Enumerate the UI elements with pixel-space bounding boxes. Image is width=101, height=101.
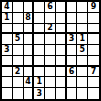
sudoku-cell-given: 6 [67,67,78,78]
sudoku-cell-given: 4 [24,77,35,88]
sudoku-cell-empty[interactable] [88,34,99,45]
sudoku-cell-empty[interactable] [2,56,13,67]
sudoku-cell-given: 5 [77,45,88,56]
sudoku-cell-given: 2 [45,24,56,35]
sudoku-cell-empty[interactable] [77,77,88,88]
sudoku-cell-empty[interactable] [34,45,45,56]
sudoku-cell-empty[interactable] [34,13,45,24]
sudoku-cell-empty[interactable] [56,2,67,13]
sudoku-cell-given: 3 [2,45,13,56]
sudoku-cell-given: 4 [2,2,13,13]
sudoku-cell-empty[interactable] [67,88,78,99]
sudoku-cell-empty[interactable] [77,2,88,13]
sudoku-cell-empty[interactable] [2,67,13,78]
sudoku-cell-empty[interactable] [77,67,88,78]
sudoku-cell-empty[interactable] [88,56,99,67]
sudoku-cell-empty[interactable] [67,2,78,13]
sudoku-cell-empty[interactable] [24,2,35,13]
sudoku-cell-empty[interactable] [2,77,13,88]
sudoku-cell-empty[interactable] [45,67,56,78]
sudoku-cell-empty[interactable] [13,77,24,88]
sudoku-cell-given: 7 [88,67,99,78]
sudoku-cell-empty[interactable] [45,56,56,67]
sudoku-cell-given: 1 [77,34,88,45]
sudoku-cell-given: 1 [2,13,13,24]
sudoku-cell-empty[interactable] [67,45,78,56]
sudoku-cell-empty[interactable] [24,88,35,99]
sudoku-cell-empty[interactable] [24,56,35,67]
sudoku-board: 46918253135267413 [0,0,101,101]
sudoku-cell-empty[interactable] [56,56,67,67]
sudoku-cell-empty[interactable] [67,13,78,24]
sudoku-cell-empty[interactable] [24,34,35,45]
sudoku-cell-empty[interactable] [56,88,67,99]
sudoku-cell-empty[interactable] [34,2,45,13]
sudoku-cell-empty[interactable] [45,34,56,45]
sudoku-cell-empty[interactable] [45,45,56,56]
sudoku-cell-empty[interactable] [34,56,45,67]
sudoku-cell-empty[interactable] [13,13,24,24]
sudoku-cell-empty[interactable] [45,13,56,24]
sudoku-cell-empty[interactable] [13,56,24,67]
sudoku-cell-given: 1 [34,77,45,88]
sudoku-cell-empty[interactable] [24,67,35,78]
sudoku-cell-empty[interactable] [56,13,67,24]
sudoku-cell-empty[interactable] [88,24,99,35]
sudoku-cell-empty[interactable] [24,45,35,56]
sudoku-cell-empty[interactable] [13,2,24,13]
sudoku-cell-empty[interactable] [13,45,24,56]
sudoku-cell-empty[interactable] [77,56,88,67]
sudoku-cell-empty[interactable] [34,24,45,35]
sudoku-cell-empty[interactable] [88,77,99,88]
sudoku-cell-empty[interactable] [2,24,13,35]
sudoku-cell-empty[interactable] [56,45,67,56]
sudoku-cell-empty[interactable] [2,88,13,99]
sudoku-cell-empty[interactable] [77,13,88,24]
sudoku-cell-empty[interactable] [56,77,67,88]
sudoku-cell-empty[interactable] [56,34,67,45]
sudoku-cell-empty[interactable] [24,24,35,35]
sudoku-cell-empty[interactable] [13,24,24,35]
sudoku-cell-given: 5 [13,34,24,45]
sudoku-cell-empty[interactable] [56,67,67,78]
sudoku-cell-empty[interactable] [88,13,99,24]
sudoku-cell-empty[interactable] [67,56,78,67]
sudoku-cell-empty[interactable] [34,67,45,78]
sudoku-cell-empty[interactable] [77,88,88,99]
sudoku-cell-given: 6 [45,2,56,13]
sudoku-cell-empty[interactable] [34,34,45,45]
sudoku-cell-empty[interactable] [45,88,56,99]
sudoku-cell-empty[interactable] [45,77,56,88]
sudoku-cell-given: 2 [13,67,24,78]
sudoku-cell-empty[interactable] [77,24,88,35]
sudoku-cell-empty[interactable] [88,88,99,99]
sudoku-cell-empty[interactable] [56,24,67,35]
sudoku-cell-empty[interactable] [2,34,13,45]
sudoku-cell-empty[interactable] [13,88,24,99]
sudoku-cell-given: 3 [67,34,78,45]
sudoku-cell-empty[interactable] [67,77,78,88]
sudoku-cell-empty[interactable] [88,45,99,56]
sudoku-cell-given: 9 [88,2,99,13]
sudoku-cell-empty[interactable] [67,24,78,35]
sudoku-cell-given: 8 [24,13,35,24]
sudoku-cell-given: 3 [34,88,45,99]
